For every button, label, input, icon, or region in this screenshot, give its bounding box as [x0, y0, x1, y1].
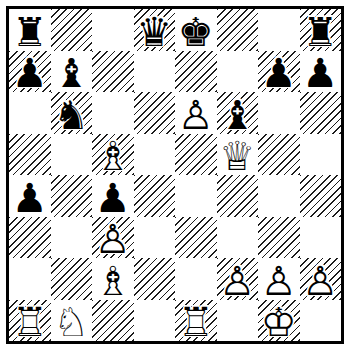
- square-d6[interactable]: [134, 92, 176, 134]
- square-d1[interactable]: [134, 300, 176, 342]
- square-h5[interactable]: [300, 134, 342, 176]
- square-e2[interactable]: [175, 258, 217, 300]
- square-d4[interactable]: [134, 175, 176, 217]
- piece-glyph: ♗: [92, 260, 134, 300]
- white-pawn-icon[interactable]: ♟♙: [300, 260, 342, 300]
- square-b4[interactable]: [51, 175, 93, 217]
- piece-glyph: ♖: [9, 301, 51, 341]
- square-h7[interactable]: ♟♟: [300, 51, 342, 93]
- white-bishop-icon[interactable]: ♝♗: [92, 260, 134, 300]
- white-pawn-icon[interactable]: ♟♙: [217, 260, 259, 300]
- square-f7[interactable]: [217, 51, 259, 93]
- square-e5[interactable]: [175, 134, 217, 176]
- square-e8[interactable]: ♚♚: [175, 9, 217, 51]
- black-knight-icon[interactable]: ♞♞: [51, 94, 93, 134]
- square-c4[interactable]: ♟♟: [92, 175, 134, 217]
- piece-glyph: ♞: [51, 94, 93, 134]
- black-pawn-icon[interactable]: ♟♟: [92, 177, 134, 217]
- square-g7[interactable]: ♟♟: [258, 51, 300, 93]
- black-pawn-icon[interactable]: ♟♟: [9, 177, 51, 217]
- piece-glyph: ♟: [258, 52, 300, 92]
- square-h4[interactable]: [300, 175, 342, 217]
- square-a6[interactable]: [9, 92, 51, 134]
- square-f3[interactable]: [217, 217, 259, 259]
- white-king-icon[interactable]: ♚♔: [258, 301, 300, 341]
- square-c1[interactable]: [92, 300, 134, 342]
- square-h1[interactable]: [300, 300, 342, 342]
- piece-glyph: ♟: [9, 177, 51, 217]
- piece-glyph: ♛: [134, 11, 176, 51]
- square-c3[interactable]: ♟♙: [92, 217, 134, 259]
- square-g3[interactable]: [258, 217, 300, 259]
- black-pawn-icon[interactable]: ♟♟: [258, 52, 300, 92]
- square-g5[interactable]: [258, 134, 300, 176]
- black-king-icon[interactable]: ♚♚: [175, 11, 217, 51]
- black-pawn-icon[interactable]: ♟♟: [300, 52, 342, 92]
- square-b6[interactable]: ♞♞: [51, 92, 93, 134]
- square-f2[interactable]: ♟♙: [217, 258, 259, 300]
- white-pawn-icon[interactable]: ♟♙: [92, 218, 134, 258]
- chess-diagram: ♜♜♛♛♚♚♜♜♟♟♝♝♟♟♟♟♞♞♟♙♝♝♝♗♛♕♟♟♟♟♟♙♝♗♟♙♟♙♟♙…: [0, 0, 350, 350]
- square-f6[interactable]: ♝♝: [217, 92, 259, 134]
- piece-glyph: ♜: [300, 11, 342, 51]
- piece-glyph: ♟: [9, 52, 51, 92]
- square-f1[interactable]: [217, 300, 259, 342]
- piece-glyph: ♝: [217, 94, 259, 134]
- square-c5[interactable]: ♝♗: [92, 134, 134, 176]
- black-rook-icon[interactable]: ♜♜: [9, 11, 51, 51]
- square-c7[interactable]: [92, 51, 134, 93]
- white-knight-icon[interactable]: ♞♘: [51, 301, 93, 341]
- square-b8[interactable]: [51, 9, 93, 51]
- piece-glyph: ♜: [9, 11, 51, 51]
- square-c8[interactable]: [92, 9, 134, 51]
- square-d8[interactable]: ♛♛: [134, 9, 176, 51]
- square-b2[interactable]: [51, 258, 93, 300]
- black-bishop-icon[interactable]: ♝♝: [217, 94, 259, 134]
- square-b3[interactable]: [51, 217, 93, 259]
- square-e3[interactable]: [175, 217, 217, 259]
- square-g2[interactable]: ♟♙: [258, 258, 300, 300]
- square-c6[interactable]: [92, 92, 134, 134]
- chess-board: ♜♜♛♛♚♚♜♜♟♟♝♝♟♟♟♟♞♞♟♙♝♝♝♗♛♕♟♟♟♟♟♙♝♗♟♙♟♙♟♙…: [6, 6, 344, 344]
- piece-glyph: ♙: [92, 218, 134, 258]
- square-g4[interactable]: [258, 175, 300, 217]
- square-h3[interactable]: [300, 217, 342, 259]
- square-e1[interactable]: ♜♖: [175, 300, 217, 342]
- piece-glyph: ♙: [258, 260, 300, 300]
- white-rook-icon[interactable]: ♜♖: [9, 301, 51, 341]
- square-g6[interactable]: [258, 92, 300, 134]
- square-a1[interactable]: ♜♖: [9, 300, 51, 342]
- piece-glyph: ♙: [300, 260, 342, 300]
- piece-glyph: ♘: [51, 301, 93, 341]
- square-a7[interactable]: ♟♟: [9, 51, 51, 93]
- square-g1[interactable]: ♚♔: [258, 300, 300, 342]
- white-pawn-icon[interactable]: ♟♙: [258, 260, 300, 300]
- square-e4[interactable]: [175, 175, 217, 217]
- square-h6[interactable]: [300, 92, 342, 134]
- square-d5[interactable]: [134, 134, 176, 176]
- square-a4[interactable]: ♟♟: [9, 175, 51, 217]
- piece-glyph: ♙: [175, 94, 217, 134]
- square-b1[interactable]: ♞♘: [51, 300, 93, 342]
- piece-glyph: ♟: [300, 52, 342, 92]
- square-b5[interactable]: [51, 134, 93, 176]
- piece-glyph: ♝: [51, 52, 93, 92]
- piece-glyph: ♚: [175, 11, 217, 51]
- square-a5[interactable]: [9, 134, 51, 176]
- black-rook-icon[interactable]: ♜♜: [300, 11, 342, 51]
- black-queen-icon[interactable]: ♛♛: [134, 11, 176, 51]
- piece-glyph: ♖: [175, 301, 217, 341]
- square-g8[interactable]: [258, 9, 300, 51]
- white-bishop-icon[interactable]: ♝♗: [92, 135, 134, 175]
- piece-glyph: ♔: [258, 301, 300, 341]
- piece-glyph: ♟: [92, 177, 134, 217]
- square-e6[interactable]: ♟♙: [175, 92, 217, 134]
- square-d3[interactable]: [134, 217, 176, 259]
- square-h8[interactable]: ♜♜: [300, 9, 342, 51]
- square-a2[interactable]: [9, 258, 51, 300]
- piece-glyph: ♗: [92, 135, 134, 175]
- piece-glyph: ♙: [217, 260, 259, 300]
- black-bishop-icon[interactable]: ♝♝: [51, 52, 93, 92]
- piece-glyph: ♕: [217, 135, 259, 175]
- square-b7[interactable]: ♝♝: [51, 51, 93, 93]
- square-d7[interactable]: [134, 51, 176, 93]
- square-d2[interactable]: [134, 258, 176, 300]
- square-e7[interactable]: [175, 51, 217, 93]
- square-h2[interactable]: ♟♙: [300, 258, 342, 300]
- square-a3[interactable]: [9, 217, 51, 259]
- square-f5[interactable]: ♛♕: [217, 134, 259, 176]
- white-queen-icon[interactable]: ♛♕: [217, 135, 259, 175]
- square-f4[interactable]: [217, 175, 259, 217]
- black-pawn-icon[interactable]: ♟♟: [9, 52, 51, 92]
- square-c2[interactable]: ♝♗: [92, 258, 134, 300]
- white-pawn-icon[interactable]: ♟♙: [175, 94, 217, 134]
- white-rook-icon[interactable]: ♜♖: [175, 301, 217, 341]
- square-a8[interactable]: ♜♜: [9, 9, 51, 51]
- square-f8[interactable]: [217, 9, 259, 51]
